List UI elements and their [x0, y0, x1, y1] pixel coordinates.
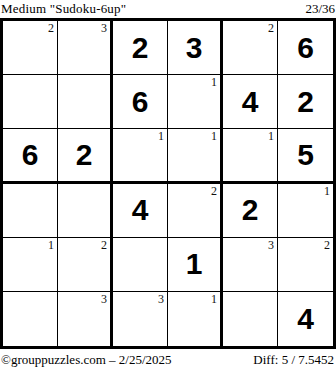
sudoku-board: 23232661426211154221121323314 [0, 18, 336, 349]
cell-r5c5[interactable]: 3 [223, 238, 278, 292]
pencil-mark: 1 [48, 239, 54, 252]
copyright-text: ©grouppuzzles.com – 2/25/2025 [1, 352, 172, 368]
given-number: 2 [297, 87, 314, 117]
pencil-mark: 2 [268, 22, 274, 35]
difficulty-text: Diff: 5 / 7.5452 [253, 352, 334, 368]
cell-r2c3[interactable]: 6 [113, 75, 168, 129]
cell-r2c1[interactable] [3, 75, 58, 129]
cell-r2c4[interactable]: 1 [168, 75, 223, 129]
given-number: 6 [132, 87, 149, 117]
pencil-mark: 1 [268, 130, 274, 143]
cell-r2c5[interactable]: 4 [223, 75, 278, 129]
pencil-mark: 2 [101, 239, 107, 252]
cell-r1c1[interactable]: 2 [3, 21, 58, 75]
cell-r6c2[interactable]: 3 [58, 292, 113, 346]
given-number: 6 [22, 140, 39, 170]
cell-r3c1[interactable]: 6 [3, 129, 58, 183]
given-number: 1 [186, 249, 203, 279]
cell-r2c6[interactable]: 2 [278, 75, 333, 129]
pencil-mark: 2 [324, 239, 330, 252]
cell-r6c4[interactable]: 1 [168, 292, 223, 346]
cell-r1c5[interactable]: 2 [223, 21, 278, 75]
pencil-mark: 2 [211, 185, 217, 198]
cell-r1c2[interactable]: 3 [58, 21, 113, 75]
cell-r4c5[interactable]: 2 [223, 184, 278, 238]
header: Medium "Sudoku-6up" 23/36 [0, 0, 336, 18]
cell-r4c4[interactable]: 2 [168, 184, 223, 238]
progress-counter: 23/36 [305, 1, 335, 17]
cell-r4c3[interactable]: 4 [113, 184, 168, 238]
pencil-mark: 1 [324, 185, 330, 198]
given-number: 6 [297, 33, 314, 63]
given-number: 2 [132, 33, 149, 63]
cell-r2c2[interactable] [58, 75, 113, 129]
given-number: 2 [242, 195, 259, 225]
cell-r3c5[interactable]: 1 [223, 129, 278, 183]
pencil-mark: 3 [158, 293, 164, 306]
given-number: 4 [242, 87, 259, 117]
pencil-mark: 1 [158, 130, 164, 143]
pencil-mark: 3 [101, 293, 107, 306]
given-number: 4 [297, 304, 314, 334]
cell-r5c2[interactable]: 2 [58, 238, 113, 292]
pencil-mark: 1 [211, 76, 217, 89]
cell-r4c1[interactable] [3, 184, 58, 238]
pencil-mark: 2 [48, 22, 54, 35]
cell-r5c4[interactable]: 1 [168, 238, 223, 292]
given-number: 5 [297, 140, 314, 170]
cell-r3c6[interactable]: 5 [278, 129, 333, 183]
pencil-mark: 3 [101, 22, 107, 35]
cell-r3c4[interactable]: 1 [168, 129, 223, 183]
cell-r6c1[interactable] [3, 292, 58, 346]
cell-r6c5[interactable] [223, 292, 278, 346]
cell-r1c6[interactable]: 6 [278, 21, 333, 75]
cell-r5c3[interactable] [113, 238, 168, 292]
cell-r3c2[interactable]: 2 [58, 129, 113, 183]
cell-r4c6[interactable]: 1 [278, 184, 333, 238]
cell-r6c6[interactable]: 4 [278, 292, 333, 346]
cell-r6c3[interactable]: 3 [113, 292, 168, 346]
cell-r5c6[interactable]: 2 [278, 238, 333, 292]
given-number: 4 [132, 195, 149, 225]
cell-r4c2[interactable] [58, 184, 113, 238]
footer: ©grouppuzzles.com – 2/25/2025 Diff: 5 / … [0, 349, 336, 369]
cell-r5c1[interactable]: 1 [3, 238, 58, 292]
cell-r3c3[interactable]: 1 [113, 129, 168, 183]
pencil-mark: 3 [268, 239, 274, 252]
puzzle-title: Medium "Sudoku-6up" [1, 1, 126, 17]
cell-r1c3[interactable]: 2 [113, 21, 168, 75]
pencil-mark: 1 [211, 293, 217, 306]
given-number: 3 [186, 33, 203, 63]
given-number: 2 [76, 140, 93, 170]
cell-r1c4[interactable]: 3 [168, 21, 223, 75]
pencil-mark: 1 [211, 130, 217, 143]
